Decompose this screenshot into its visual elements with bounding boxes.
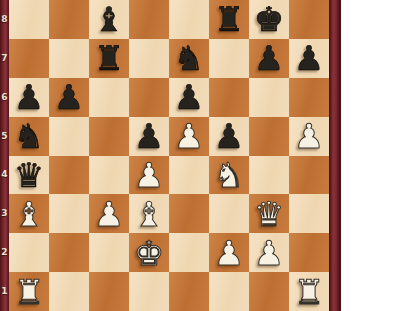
square-h1[interactable]: ♜ [289, 272, 329, 311]
square-e1[interactable] [169, 272, 209, 311]
rank-label-5: 5 [0, 117, 9, 156]
square-g4[interactable] [249, 156, 289, 195]
square-e8[interactable] [169, 0, 209, 39]
square-b5[interactable] [49, 117, 89, 156]
chess-diagram-screenshot: 87654321 ♝♜♚♜♞♟♟♟♟♟♞♟♟♟♟♛♟♞♝♟♝♛♚♟♟♜♜ [0, 0, 414, 311]
square-b2[interactable] [49, 233, 89, 272]
piece-black-bishop-c8[interactable]: ♝ [94, 2, 124, 36]
rank-label-7: 7 [0, 39, 9, 78]
square-f8[interactable]: ♜ [209, 0, 249, 39]
square-c6[interactable] [89, 78, 129, 117]
rank-label-4: 4 [0, 156, 9, 195]
square-f3[interactable] [209, 194, 249, 233]
piece-black-pawn-a6[interactable]: ♟ [14, 80, 44, 114]
rank-label-6: 6 [0, 78, 9, 117]
square-b6[interactable]: ♟ [49, 78, 89, 117]
square-a6[interactable]: ♟ [9, 78, 49, 117]
piece-white-pawn-e5[interactable]: ♟ [174, 119, 204, 153]
square-b3[interactable] [49, 194, 89, 233]
square-f7[interactable] [209, 39, 249, 78]
piece-white-bishop-a3[interactable]: ♝ [14, 197, 44, 231]
piece-black-pawn-h7[interactable]: ♟ [294, 41, 324, 75]
rank-label-8: 8 [0, 0, 9, 39]
square-e3[interactable] [169, 194, 209, 233]
square-f1[interactable] [209, 272, 249, 311]
square-d8[interactable] [129, 0, 169, 39]
piece-white-pawn-c3[interactable]: ♟ [94, 197, 124, 231]
piece-white-bishop-d3[interactable]: ♝ [134, 197, 164, 231]
piece-white-rook-h1[interactable]: ♜ [294, 275, 324, 309]
square-f6[interactable] [209, 78, 249, 117]
square-c7[interactable]: ♜ [89, 39, 129, 78]
square-f4[interactable]: ♞ [209, 156, 249, 195]
square-b1[interactable] [49, 272, 89, 311]
piece-black-pawn-e6[interactable]: ♟ [174, 80, 204, 114]
piece-white-king-d2[interactable]: ♚ [134, 236, 164, 270]
piece-white-knight-f4[interactable]: ♞ [214, 158, 244, 192]
square-g1[interactable] [249, 272, 289, 311]
square-h6[interactable] [289, 78, 329, 117]
piece-white-pawn-g2[interactable]: ♟ [254, 236, 284, 270]
piece-black-pawn-d5[interactable]: ♟ [134, 119, 164, 153]
square-d7[interactable] [129, 39, 169, 78]
square-h5[interactable]: ♟ [289, 117, 329, 156]
square-c4[interactable] [89, 156, 129, 195]
board-left-frame: 87654321 [0, 0, 9, 311]
square-e6[interactable]: ♟ [169, 78, 209, 117]
square-g5[interactable] [249, 117, 289, 156]
square-h4[interactable] [289, 156, 329, 195]
square-d3[interactable]: ♝ [129, 194, 169, 233]
piece-black-knight-e7[interactable]: ♞ [174, 41, 204, 75]
piece-white-rook-a1[interactable]: ♜ [14, 275, 44, 309]
square-c5[interactable] [89, 117, 129, 156]
rank-label-1: 1 [0, 272, 9, 311]
square-h7[interactable]: ♟ [289, 39, 329, 78]
square-h3[interactable] [289, 194, 329, 233]
square-e4[interactable] [169, 156, 209, 195]
square-b7[interactable] [49, 39, 89, 78]
square-a8[interactable] [9, 0, 49, 39]
piece-white-pawn-d4[interactable]: ♟ [134, 158, 164, 192]
rank-label-3: 3 [0, 194, 9, 233]
square-g2[interactable]: ♟ [249, 233, 289, 272]
square-c2[interactable] [89, 233, 129, 272]
piece-white-pawn-h5[interactable]: ♟ [294, 119, 324, 153]
piece-black-rook-f8[interactable]: ♜ [214, 2, 244, 36]
piece-black-king-g8[interactable]: ♚ [254, 2, 284, 36]
square-h8[interactable] [289, 0, 329, 39]
square-e7[interactable]: ♞ [169, 39, 209, 78]
square-d4[interactable]: ♟ [129, 156, 169, 195]
board-right-frame [329, 0, 341, 311]
chess-board: ♝♜♚♜♞♟♟♟♟♟♞♟♟♟♟♛♟♞♝♟♝♛♚♟♟♜♜ [9, 0, 329, 311]
piece-black-pawn-f5[interactable]: ♟ [214, 119, 244, 153]
square-g8[interactable]: ♚ [249, 0, 289, 39]
square-h2[interactable] [289, 233, 329, 272]
square-g6[interactable] [249, 78, 289, 117]
piece-white-queen-g3[interactable]: ♛ [254, 197, 284, 231]
square-a4[interactable]: ♛ [9, 156, 49, 195]
square-e2[interactable] [169, 233, 209, 272]
square-c8[interactable]: ♝ [89, 0, 129, 39]
square-g7[interactable]: ♟ [249, 39, 289, 78]
square-d6[interactable] [129, 78, 169, 117]
square-d5[interactable]: ♟ [129, 117, 169, 156]
piece-black-queen-a4[interactable]: ♛ [14, 158, 44, 192]
square-c1[interactable] [89, 272, 129, 311]
piece-black-pawn-b6[interactable]: ♟ [54, 80, 84, 114]
right-whitespace [341, 0, 414, 311]
piece-black-rook-c7[interactable]: ♜ [94, 41, 124, 75]
rank-label-2: 2 [0, 233, 9, 272]
square-c3[interactable]: ♟ [89, 194, 129, 233]
square-d2[interactable]: ♚ [129, 233, 169, 272]
piece-black-pawn-g7[interactable]: ♟ [254, 41, 284, 75]
square-a1[interactable]: ♜ [9, 272, 49, 311]
square-f2[interactable]: ♟ [209, 233, 249, 272]
square-g3[interactable]: ♛ [249, 194, 289, 233]
square-a2[interactable] [9, 233, 49, 272]
square-b4[interactable] [49, 156, 89, 195]
square-f5[interactable]: ♟ [209, 117, 249, 156]
piece-white-pawn-f2[interactable]: ♟ [214, 236, 244, 270]
piece-black-knight-a5[interactable]: ♞ [14, 119, 44, 153]
square-e5[interactable]: ♟ [169, 117, 209, 156]
square-a3[interactable]: ♝ [9, 194, 49, 233]
square-a5[interactable]: ♞ [9, 117, 49, 156]
square-d1[interactable] [129, 272, 169, 311]
square-a7[interactable] [9, 39, 49, 78]
square-b8[interactable] [49, 0, 89, 39]
